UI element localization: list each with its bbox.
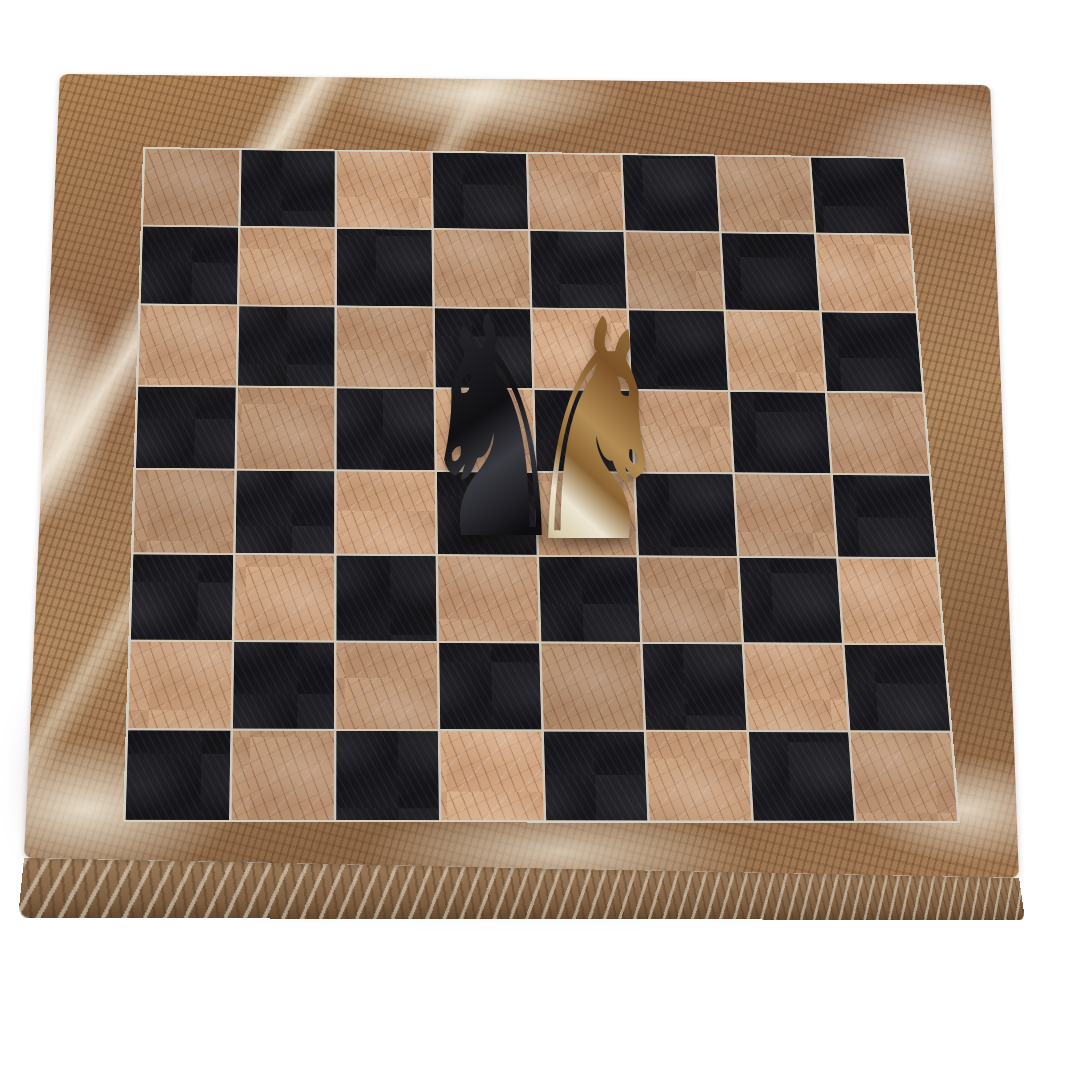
square-c2[interactable]: [337, 642, 438, 729]
square-a6[interactable]: [138, 306, 236, 386]
square-b7[interactable]: [239, 227, 335, 305]
square-g3[interactable]: [739, 558, 842, 642]
square-h7[interactable]: [817, 234, 916, 311]
square-e8[interactable]: [528, 154, 624, 230]
square-e1[interactable]: [543, 732, 647, 821]
square-h4[interactable]: [833, 475, 936, 557]
square-h6[interactable]: [822, 313, 922, 392]
square-e2[interactable]: [541, 643, 644, 730]
square-h8[interactable]: [811, 158, 909, 234]
square-a2[interactable]: [128, 642, 231, 729]
square-h1[interactable]: [851, 733, 958, 821]
square-a3[interactable]: [131, 554, 233, 639]
square-b2[interactable]: [233, 642, 335, 729]
square-f8[interactable]: [623, 155, 719, 231]
square-a5[interactable]: [136, 387, 235, 469]
square-b6[interactable]: [238, 307, 335, 387]
square-h5[interactable]: [827, 393, 928, 474]
square-a8[interactable]: [143, 149, 239, 226]
square-c8[interactable]: [337, 151, 431, 227]
square-a7[interactable]: [141, 226, 238, 304]
square-f2[interactable]: [643, 644, 747, 730]
square-b3[interactable]: [234, 555, 334, 640]
square-g1[interactable]: [749, 732, 855, 820]
square-g2[interactable]: [744, 644, 848, 730]
square-b1[interactable]: [231, 731, 334, 820]
square-d2[interactable]: [439, 643, 541, 730]
square-g4[interactable]: [735, 474, 837, 557]
square-b5[interactable]: [237, 387, 335, 469]
square-b4[interactable]: [235, 470, 334, 553]
square-g6[interactable]: [726, 312, 825, 391]
square-g5[interactable]: [730, 392, 831, 473]
square-g8[interactable]: [717, 156, 814, 232]
square-f1[interactable]: [646, 732, 751, 820]
square-c1[interactable]: [336, 731, 438, 820]
square-a1[interactable]: [126, 731, 230, 820]
square-d1[interactable]: [440, 732, 543, 821]
square-d8[interactable]: [433, 153, 528, 229]
white-knight[interactable]: ♞: [507, 280, 686, 640]
square-h2[interactable]: [845, 645, 950, 731]
photo-canvas: ♞♞: [0, 0, 1080, 1080]
square-b8[interactable]: [240, 150, 335, 227]
square-a4[interactable]: [133, 470, 234, 553]
square-g7[interactable]: [721, 233, 819, 311]
square-h3[interactable]: [839, 559, 943, 643]
